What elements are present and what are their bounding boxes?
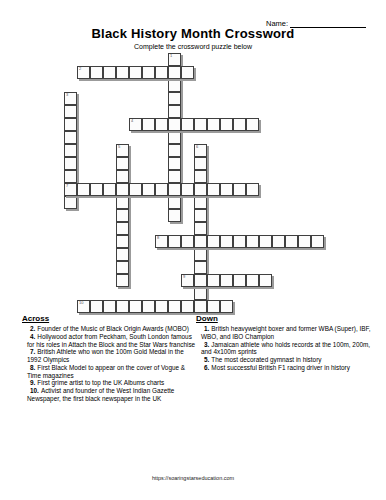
grid-cell[interactable] [168, 131, 181, 144]
clue-text: British heavyweight boxer and former WBA… [201, 325, 370, 340]
clue-text: First Black Model to appear on the cover… [27, 364, 185, 379]
grid-cell[interactable] [64, 196, 77, 209]
crossword-grid: 12345678910 [64, 53, 324, 313]
grid-cell[interactable] [311, 235, 324, 248]
grid-cell[interactable] [155, 183, 168, 196]
word-7-across: 7 [64, 183, 259, 196]
clue-item: 7.British Athlete who won the 100m Gold … [22, 348, 198, 364]
clue-number-label: 6. [204, 364, 209, 371]
grid-cell[interactable] [168, 157, 181, 170]
grid-cell[interactable] [207, 235, 220, 248]
grid-cell[interactable] [155, 118, 168, 131]
grid-cell[interactable] [194, 274, 207, 287]
grid-cell[interactable] [181, 300, 194, 313]
grid-cell[interactable] [116, 209, 129, 222]
grid-cell[interactable]: 1 [168, 53, 181, 66]
grid-cell[interactable] [220, 235, 233, 248]
grid-cell[interactable] [129, 183, 142, 196]
grid-cell[interactable] [181, 183, 194, 196]
grid-cell[interactable] [103, 183, 116, 196]
clue-item: 5.The most decorated gymnast in history [196, 356, 378, 364]
grid-cell[interactable] [220, 118, 233, 131]
clue-item: 4.Hollywood actor from Peckham, South Lo… [22, 333, 198, 349]
grid-cell[interactable] [90, 183, 103, 196]
grid-cell[interactable] [116, 222, 129, 235]
word-10-across: 10 [77, 300, 233, 313]
clue-item: 10.Activist and founder of the West Indi… [22, 387, 198, 403]
grid-cell[interactable] [194, 170, 207, 183]
grid-cell[interactable] [168, 79, 181, 92]
grid-cell[interactable] [90, 300, 103, 313]
grid-cell[interactable] [155, 66, 168, 79]
grid-cell[interactable] [194, 157, 207, 170]
grid-cell[interactable] [129, 66, 142, 79]
page-subtitle: Complete the crossword puzzle below [0, 43, 386, 50]
grid-cell[interactable] [220, 183, 233, 196]
word-8-across: 8 [155, 235, 324, 248]
clue-number: 8 [157, 236, 159, 240]
clue-number: 5 [118, 145, 120, 149]
clue-text: First grime artist to top the UK Albums … [37, 379, 164, 386]
grid-cell[interactable] [103, 300, 116, 313]
clue-item: 9.First grime artist to top the UK Album… [22, 379, 198, 387]
grid-cell[interactable]: 6 [194, 144, 207, 157]
grid-cell[interactable] [116, 248, 129, 261]
grid-cell[interactable] [116, 157, 129, 170]
grid-cell[interactable] [181, 66, 194, 79]
clue-number: 2 [79, 67, 81, 71]
grid-cell[interactable] [116, 196, 129, 209]
clue-item: 2.Founder of the Music of Black Origin A… [22, 325, 198, 333]
grid-cell[interactable] [142, 118, 155, 131]
grid-cell[interactable] [64, 144, 77, 157]
grid-cell[interactable] [233, 183, 246, 196]
clue-number-label: 4. [30, 333, 35, 340]
clue-number: 1 [170, 54, 172, 58]
page-title: Black History Month Crossword [0, 27, 386, 41]
grid-cell[interactable] [168, 118, 181, 131]
grid-cell[interactable] [129, 300, 142, 313]
grid-cell[interactable] [220, 274, 233, 287]
clue-text: Founder of the Music of Black Origin Awa… [37, 325, 189, 332]
grid-cell[interactable] [272, 235, 285, 248]
grid-cell[interactable] [168, 105, 181, 118]
clue-item: 1.British heavyweight boxer and former W… [196, 325, 378, 341]
grid-cell[interactable] [194, 118, 207, 131]
clue-text: Jamaican athlete who holds records at th… [201, 341, 370, 356]
grid-cell[interactable] [194, 222, 207, 235]
grid-cell[interactable] [168, 209, 181, 222]
grid-cell[interactable] [155, 300, 168, 313]
grid-cell[interactable] [168, 92, 181, 105]
grid-cell[interactable] [233, 235, 246, 248]
word-4-across: 4 [129, 118, 259, 131]
grid-cell[interactable] [246, 274, 259, 287]
grid-cell[interactable] [168, 235, 181, 248]
grid-cell[interactable] [168, 183, 181, 196]
grid-cell[interactable] [142, 300, 155, 313]
grid-cell[interactable] [90, 66, 103, 79]
grid-cell[interactable] [77, 183, 90, 196]
grid-cell[interactable] [116, 183, 129, 196]
down-clue-list: 1.British heavyweight boxer and former W… [196, 325, 378, 372]
clue-text: Most successful British F1 racing driver… [211, 364, 350, 371]
grid-cell[interactable] [116, 66, 129, 79]
grid-cell[interactable] [194, 248, 207, 261]
across-clues-section: Across 2.Founder of the Music of Black O… [22, 315, 198, 403]
grid-cell[interactable] [220, 300, 233, 313]
clue-number: 4 [131, 119, 133, 123]
down-clues-section: Down 1.British heavyweight boxer and for… [196, 315, 378, 372]
clue-number: 7 [66, 184, 68, 188]
grid-cell[interactable] [64, 131, 77, 144]
clue-number-label: 7. [30, 348, 35, 355]
grid-cell[interactable] [64, 170, 77, 183]
clue-text: The most decorated gymnast in history [211, 356, 321, 363]
clue-number-label: 8. [30, 364, 35, 371]
grid-cell[interactable]: 2 [77, 66, 90, 79]
clue-text: Activist and founder of the West Indian … [27, 387, 174, 402]
clue-number-label: 9. [30, 379, 35, 386]
clue-text: British Athlete who won the 100m Gold Me… [27, 348, 184, 363]
grid-cell[interactable]: 5 [116, 144, 129, 157]
grid-cell[interactable] [194, 287, 207, 300]
grid-cell[interactable] [207, 183, 220, 196]
grid-cell[interactable]: 7 [64, 183, 77, 196]
grid-cell[interactable] [64, 118, 77, 131]
clue-item: 3.Jamaican athlete who holds records at … [196, 341, 378, 357]
grid-cell[interactable] [233, 274, 246, 287]
grid-cell[interactable] [259, 274, 272, 287]
clue-number-label: 10. [30, 387, 39, 394]
grid-cell[interactable]: 10 [77, 300, 90, 313]
clue-number: 9 [183, 275, 185, 279]
clue-number-label: 2. [30, 325, 35, 332]
grid-cell[interactable] [181, 235, 194, 248]
clue-number-label: 1. [204, 325, 209, 332]
grid-cell[interactable] [116, 261, 129, 274]
grid-cell[interactable] [116, 300, 129, 313]
footer-url: https://soaringstarseducation.com [0, 475, 386, 481]
grid-cell[interactable] [233, 118, 246, 131]
across-header: Across [22, 315, 198, 323]
grid-cell[interactable] [168, 196, 181, 209]
grid-cell[interactable] [194, 261, 207, 274]
grid-cell[interactable] [259, 235, 272, 248]
grid-cell[interactable]: 8 [155, 235, 168, 248]
word-5-down: 5 [116, 144, 129, 287]
grid-cell[interactable] [207, 118, 220, 131]
grid-cell[interactable] [64, 105, 77, 118]
grid-cell[interactable] [142, 183, 155, 196]
grid-cell[interactable] [246, 118, 259, 131]
grid-cell[interactable] [194, 209, 207, 222]
word-9-across: 9 [181, 274, 272, 287]
grid-cell[interactable] [194, 196, 207, 209]
grid-cell[interactable]: 9 [181, 274, 194, 287]
clue-number-label: 3. [204, 341, 209, 348]
grid-cell[interactable] [285, 235, 298, 248]
clue-text: Hollywood actor from Peckham, South Lond… [27, 333, 195, 348]
clue-number: 3 [66, 93, 68, 97]
grid-cell[interactable] [116, 274, 129, 287]
grid-cell[interactable] [103, 66, 116, 79]
grid-cell[interactable] [168, 144, 181, 157]
grid-cell[interactable] [194, 235, 207, 248]
grid-cell[interactable] [246, 235, 259, 248]
grid-cell[interactable] [246, 183, 259, 196]
down-header: Down [196, 315, 378, 323]
grid-cell[interactable] [168, 170, 181, 183]
across-clue-list: 2.Founder of the Music of Black Origin A… [22, 325, 198, 403]
clue-item: 6.Most successful British F1 racing driv… [196, 364, 378, 372]
grid-cell[interactable]: 4 [129, 118, 142, 131]
grid-cell[interactable] [64, 157, 77, 170]
grid-cell[interactable] [168, 300, 181, 313]
grid-cell[interactable] [207, 274, 220, 287]
grid-cell[interactable] [168, 66, 181, 79]
grid-cell[interactable] [207, 300, 220, 313]
word-2-across: 2 [77, 66, 194, 79]
grid-cell[interactable] [194, 183, 207, 196]
clue-number: 10 [79, 301, 83, 305]
grid-cell[interactable] [181, 118, 194, 131]
grid-cell[interactable] [194, 300, 207, 313]
clue-number: 6 [196, 145, 198, 149]
grid-cell[interactable] [116, 170, 129, 183]
worksheet-page: Name: Black History Month Crossword Comp… [0, 0, 386, 500]
word-6-down: 6 [194, 144, 207, 313]
grid-cell[interactable] [142, 66, 155, 79]
clue-item: 8.First Black Model to appear on the cov… [22, 364, 198, 380]
clue-number-label: 5. [204, 356, 209, 363]
grid-cell[interactable] [298, 235, 311, 248]
grid-cell[interactable] [116, 235, 129, 248]
grid-cell[interactable]: 3 [64, 92, 77, 105]
